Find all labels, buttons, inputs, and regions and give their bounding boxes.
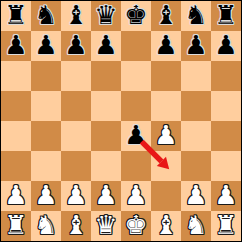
square-d2[interactable]: ♟ <box>91 181 121 211</box>
piece-black-pawn-a7[interactable]: ♟ <box>4 31 27 60</box>
square-b2[interactable]: ♟ <box>31 181 61 211</box>
square-a4[interactable] <box>1 121 31 151</box>
piece-black-knight-g8[interactable]: ♞ <box>184 1 207 30</box>
piece-black-pawn-f7[interactable]: ♟ <box>154 31 177 60</box>
square-b7[interactable]: ♟ <box>31 31 61 61</box>
square-h1[interactable]: ♜ <box>211 211 241 241</box>
piece-black-rook-a8[interactable]: ♜ <box>4 1 27 30</box>
square-f2[interactable] <box>151 181 181 211</box>
square-c7[interactable]: ♟ <box>61 31 91 61</box>
piece-white-knight-g1[interactable]: ♞ <box>184 211 207 240</box>
piece-black-pawn-c7[interactable]: ♟ <box>64 31 87 60</box>
square-d1[interactable]: ♛ <box>91 211 121 241</box>
piece-white-pawn-h2[interactable]: ♟ <box>214 181 237 210</box>
square-e6[interactable] <box>121 61 151 91</box>
square-c1[interactable]: ♝ <box>61 211 91 241</box>
square-g7[interactable]: ♟ <box>181 31 211 61</box>
square-b1[interactable]: ♞ <box>31 211 61 241</box>
piece-white-pawn-e2[interactable]: ♟ <box>124 181 147 210</box>
square-e3[interactable] <box>121 151 151 181</box>
square-h8[interactable]: ♜ <box>211 1 241 31</box>
square-b8[interactable]: ♞ <box>31 1 61 31</box>
square-g5[interactable] <box>181 91 211 121</box>
square-d7[interactable]: ♟ <box>91 31 121 61</box>
square-f1[interactable]: ♝ <box>151 211 181 241</box>
square-g2[interactable]: ♟ <box>181 181 211 211</box>
square-e1[interactable]: ♚ <box>121 211 151 241</box>
square-e8[interactable]: ♚ <box>121 1 151 31</box>
piece-black-pawn-g7[interactable]: ♟ <box>184 31 207 60</box>
square-g6[interactable] <box>181 61 211 91</box>
piece-white-pawn-f4[interactable]: ♟ <box>154 121 177 150</box>
piece-black-bishop-c8[interactable]: ♝ <box>64 1 87 30</box>
piece-black-bishop-f8[interactable]: ♝ <box>154 1 177 30</box>
square-d3[interactable] <box>91 151 121 181</box>
square-g4[interactable] <box>181 121 211 151</box>
square-c8[interactable]: ♝ <box>61 1 91 31</box>
square-f8[interactable]: ♝ <box>151 1 181 31</box>
square-f3[interactable] <box>151 151 181 181</box>
square-b4[interactable] <box>31 121 61 151</box>
piece-black-pawn-d7[interactable]: ♟ <box>94 31 117 60</box>
piece-black-pawn-e4[interactable]: ♟ <box>124 121 147 150</box>
piece-black-king-e8[interactable]: ♚ <box>124 1 147 30</box>
square-d4[interactable] <box>91 121 121 151</box>
square-c5[interactable] <box>61 91 91 121</box>
chess-board: ♜♞♝♛♚♝♞♜♟♟♟♟♟♟♟♟♟♟♟♟♟♟♟♟♜♞♝♛♚♝♞♜ <box>0 0 242 242</box>
square-a2[interactable]: ♟ <box>1 181 31 211</box>
square-h2[interactable]: ♟ <box>211 181 241 211</box>
square-a3[interactable] <box>1 151 31 181</box>
piece-white-rook-h1[interactable]: ♜ <box>214 211 237 240</box>
square-a5[interactable] <box>1 91 31 121</box>
square-d8[interactable]: ♛ <box>91 1 121 31</box>
square-f6[interactable] <box>151 61 181 91</box>
square-e4[interactable]: ♟ <box>121 121 151 151</box>
square-b6[interactable] <box>31 61 61 91</box>
piece-white-pawn-g2[interactable]: ♟ <box>184 181 207 210</box>
piece-black-knight-b8[interactable]: ♞ <box>34 1 57 30</box>
chess-board-container: ♜♞♝♛♚♝♞♜♟♟♟♟♟♟♟♟♟♟♟♟♟♟♟♟♜♞♝♛♚♝♞♜ <box>0 0 242 242</box>
square-h5[interactable] <box>211 91 241 121</box>
piece-white-pawn-a2[interactable]: ♟ <box>4 181 27 210</box>
square-a1[interactable]: ♜ <box>1 211 31 241</box>
square-d5[interactable] <box>91 91 121 121</box>
piece-black-pawn-b7[interactable]: ♟ <box>34 31 57 60</box>
square-g1[interactable]: ♞ <box>181 211 211 241</box>
square-g3[interactable] <box>181 151 211 181</box>
square-c3[interactable] <box>61 151 91 181</box>
piece-white-pawn-b2[interactable]: ♟ <box>34 181 57 210</box>
square-c6[interactable] <box>61 61 91 91</box>
piece-white-king-e1[interactable]: ♚ <box>124 211 147 240</box>
square-f5[interactable] <box>151 91 181 121</box>
piece-white-bishop-c1[interactable]: ♝ <box>64 211 87 240</box>
square-e2[interactable]: ♟ <box>121 181 151 211</box>
piece-white-pawn-d2[interactable]: ♟ <box>94 181 117 210</box>
square-e5[interactable] <box>121 91 151 121</box>
square-c2[interactable]: ♟ <box>61 181 91 211</box>
piece-white-rook-a1[interactable]: ♜ <box>4 211 27 240</box>
square-h4[interactable] <box>211 121 241 151</box>
square-b3[interactable] <box>31 151 61 181</box>
piece-black-queen-d8[interactable]: ♛ <box>94 1 117 30</box>
square-g8[interactable]: ♞ <box>181 1 211 31</box>
square-h7[interactable]: ♟ <box>211 31 241 61</box>
square-b5[interactable] <box>31 91 61 121</box>
square-f7[interactable]: ♟ <box>151 31 181 61</box>
piece-white-pawn-c2[interactable]: ♟ <box>64 181 87 210</box>
square-a8[interactable]: ♜ <box>1 1 31 31</box>
square-e7[interactable] <box>121 31 151 61</box>
square-f4[interactable]: ♟ <box>151 121 181 151</box>
square-h6[interactable] <box>211 61 241 91</box>
square-h3[interactable] <box>211 151 241 181</box>
square-a6[interactable] <box>1 61 31 91</box>
square-d6[interactable] <box>91 61 121 91</box>
piece-black-rook-h8[interactable]: ♜ <box>214 1 237 30</box>
square-a7[interactable]: ♟ <box>1 31 31 61</box>
piece-white-queen-d1[interactable]: ♛ <box>94 211 117 240</box>
piece-black-pawn-h7[interactable]: ♟ <box>214 31 237 60</box>
square-c4[interactable] <box>61 121 91 151</box>
piece-white-bishop-f1[interactable]: ♝ <box>154 211 177 240</box>
piece-white-knight-b1[interactable]: ♞ <box>34 211 57 240</box>
